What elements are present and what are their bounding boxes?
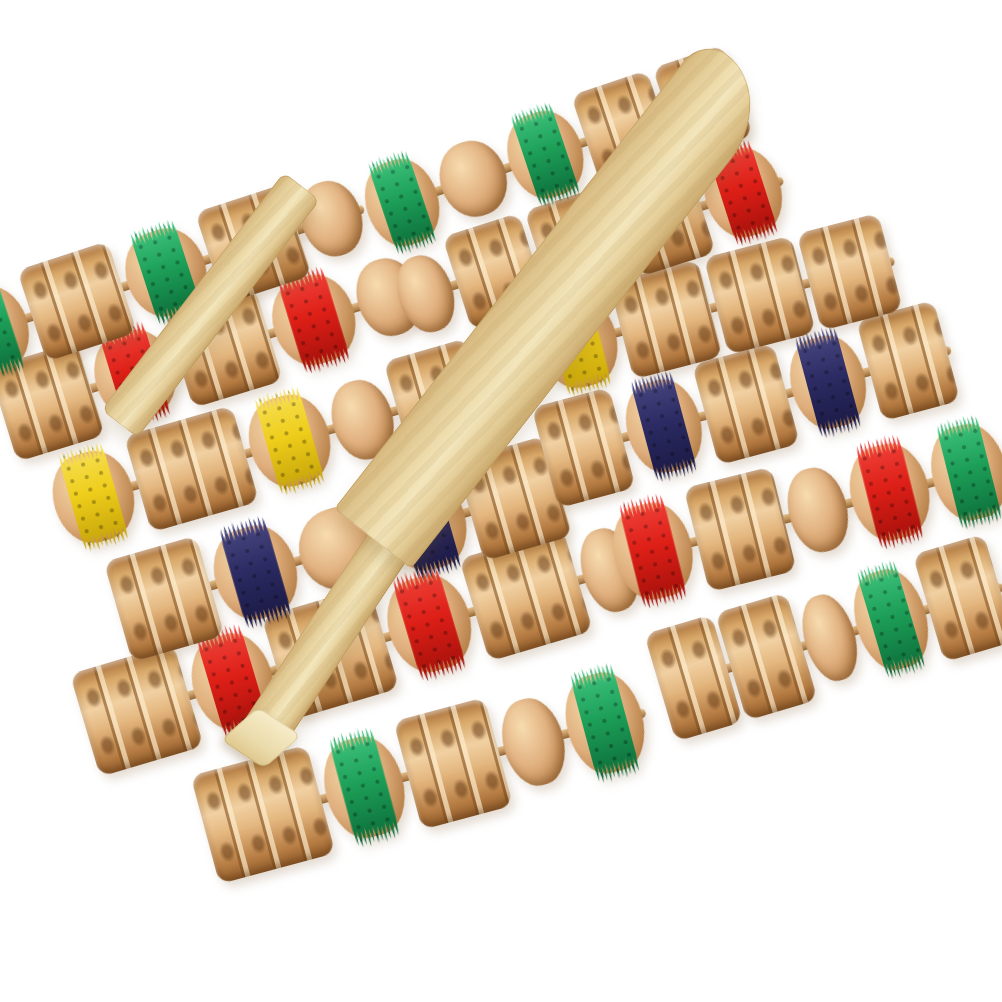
green-spiky-roller	[922, 416, 1002, 527]
wood-waffle-roller	[393, 698, 513, 830]
wood-waffle-roller	[704, 236, 816, 355]
foot-massager-product-photo	[0, 0, 1002, 1002]
yellow-spiky-roller	[239, 387, 341, 495]
wood-waffle-roller	[684, 466, 797, 591]
green-spiky-roller	[555, 665, 654, 781]
yellow-spiky-roller	[43, 443, 145, 551]
wood-bead-roller	[779, 461, 856, 557]
wood-waffle-roller	[70, 643, 204, 776]
wood-bead-roller	[430, 132, 517, 225]
wood-waffle-roller	[797, 213, 903, 331]
red-spiky-roller	[840, 436, 939, 547]
navy-spiky-roller	[203, 517, 307, 629]
